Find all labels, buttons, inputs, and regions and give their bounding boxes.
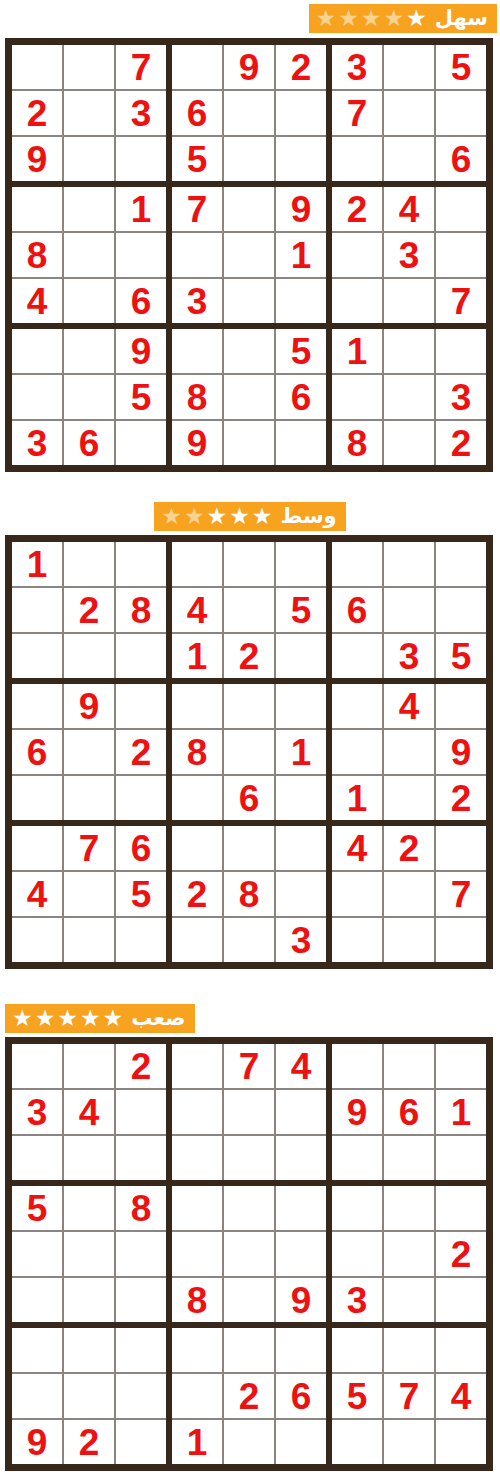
star-icon: ★ [361, 7, 382, 30]
cell-r1c9: 5 [436, 45, 486, 89]
cell-r5c7 [332, 233, 382, 277]
cell-r4c5 [224, 1186, 274, 1230]
sudoku-box: 234 [12, 1044, 166, 1180]
cell-r3c9 [436, 1136, 486, 1180]
cell-r9c4 [172, 918, 222, 962]
cell-r7c9 [436, 1328, 486, 1372]
cell-r9c5 [224, 421, 274, 465]
cell-r8c9: 4 [436, 1374, 486, 1418]
cell-r2c8: 6 [384, 1090, 434, 1134]
cell-r9c6 [276, 421, 326, 465]
cell-r6c6 [276, 279, 326, 323]
cell-r7c6: 5 [276, 329, 326, 373]
difficulty-banner-easy: ★★★★★ سهل [309, 4, 497, 33]
sudoku-box: 574 [332, 1328, 486, 1464]
cell-r8c6: 6 [276, 375, 326, 419]
difficulty-banner-medium: ★★★★★ وسط [154, 502, 345, 531]
cell-r3c4 [172, 1136, 222, 1180]
cell-r3c5: 2 [224, 634, 274, 678]
cell-r4c3: 8 [116, 1186, 166, 1230]
cell-r6c9: 7 [436, 279, 486, 323]
cell-r4c8: 4 [384, 684, 434, 728]
cell-r1c2 [64, 45, 114, 89]
cell-r3c9: 6 [436, 137, 486, 181]
cell-r6c6 [276, 776, 326, 820]
banner-row-hard: ★★★★★ صعب [0, 1004, 500, 1033]
cell-r1c6: 4 [276, 1044, 326, 1088]
cell-r8c1: 4 [12, 872, 62, 916]
cell-r7c5 [224, 826, 274, 870]
cell-r1c4 [172, 45, 222, 89]
cell-r5c4: 8 [172, 730, 222, 774]
sudoku-grid-hard: 2347496158892392261574 [5, 1037, 493, 1471]
cell-r9c2: 2 [64, 1420, 114, 1464]
cell-r3c1 [12, 634, 62, 678]
cell-r2c9 [436, 91, 486, 135]
cell-r4c1: 5 [12, 1186, 62, 1230]
cell-r4c8 [384, 1186, 434, 1230]
sudoku-box: 5869 [172, 329, 326, 465]
cell-r9c5 [224, 918, 274, 962]
cell-r3c7 [332, 1136, 382, 1180]
cell-r1c1: 1 [12, 542, 62, 586]
cell-r4c7 [332, 1186, 382, 1230]
cell-r1c2 [64, 542, 114, 586]
sudoku-box: 635 [332, 542, 486, 678]
cell-r6c6: 9 [276, 1278, 326, 1322]
cell-r5c7 [332, 730, 382, 774]
cell-r1c5: 7 [224, 1044, 274, 1088]
cell-r5c5 [224, 730, 274, 774]
cell-r9c9 [436, 918, 486, 962]
sudoku-box: 962 [12, 684, 166, 820]
cell-r9c7: 8 [332, 421, 382, 465]
cell-r9c7 [332, 1420, 382, 1464]
cell-r7c5 [224, 1328, 274, 1372]
cell-r9c8 [384, 421, 434, 465]
cell-r2c6 [276, 91, 326, 135]
cell-r4c8: 4 [384, 187, 434, 231]
cell-r1c8 [384, 542, 434, 586]
cell-r2c7: 7 [332, 91, 382, 135]
cell-r2c3: 3 [116, 91, 166, 135]
sudoku-grid-medium: 128451263596281649127645283427 [5, 535, 493, 969]
cell-r4c6: 9 [276, 187, 326, 231]
cell-r2c5 [224, 1090, 274, 1134]
cell-r6c4: 8 [172, 1278, 222, 1322]
cell-r3c6 [276, 634, 326, 678]
banner-row-easy: ★★★★★ سهل [0, 4, 500, 33]
cell-r2c4: 6 [172, 91, 222, 135]
cell-r3c8: 3 [384, 634, 434, 678]
cell-r1c8 [384, 1044, 434, 1088]
cell-r2c9 [436, 588, 486, 632]
cell-r1c1 [12, 1044, 62, 1088]
star-icon: ★ [35, 1007, 56, 1030]
cell-r1c5: 9 [224, 45, 274, 89]
cell-r8c8: 7 [384, 1374, 434, 1418]
cell-r3c2 [64, 137, 114, 181]
cell-r2c1 [12, 588, 62, 632]
sudoku-box: 7913 [172, 187, 326, 323]
cell-r8c7 [332, 872, 382, 916]
cell-r8c2 [64, 375, 114, 419]
cell-r3c3 [116, 634, 166, 678]
cell-r4c7 [332, 684, 382, 728]
cell-r6c8 [384, 279, 434, 323]
star-rating-medium: ★★★★★ [161, 505, 272, 528]
cell-r5c9: 2 [436, 1232, 486, 1276]
cell-r5c6: 1 [276, 233, 326, 277]
cell-r1c6 [276, 542, 326, 586]
cell-r7c3: 9 [116, 329, 166, 373]
cell-r2c7: 9 [332, 1090, 382, 1134]
cell-r7c6 [276, 1328, 326, 1372]
cell-r5c3 [116, 233, 166, 277]
cell-r8c1 [12, 375, 62, 419]
cell-r3c1: 9 [12, 137, 62, 181]
cell-r9c1: 9 [12, 1420, 62, 1464]
cell-r6c9 [436, 1278, 486, 1322]
cell-r7c8 [384, 1328, 434, 1372]
cell-r2c3 [116, 1090, 166, 1134]
sudoku-box: 961 [332, 1044, 486, 1180]
cell-r2c3: 8 [116, 588, 166, 632]
star-rating-hard: ★★★★★ [12, 1007, 123, 1030]
cell-r4c9 [436, 1186, 486, 1230]
cell-r9c1 [12, 918, 62, 962]
cell-r9c2 [64, 918, 114, 962]
cell-r6c3 [116, 1278, 166, 1322]
cell-r5c8 [384, 1232, 434, 1276]
cell-r3c3 [116, 137, 166, 181]
cell-r1c6: 2 [276, 45, 326, 89]
cell-r6c5: 6 [224, 776, 274, 820]
sudoku-grid-easy: 723992653576184679132437953658691382 [5, 38, 493, 472]
sudoku-box: 427 [332, 826, 486, 962]
cell-r8c3: 5 [116, 375, 166, 419]
sudoku-box: 7239 [12, 45, 166, 181]
cell-r9c9: 2 [436, 421, 486, 465]
cell-r5c5 [224, 233, 274, 277]
cell-r3c2 [64, 1136, 114, 1180]
cell-r1c8 [384, 45, 434, 89]
difficulty-label-medium: وسط [280, 506, 336, 527]
cell-r8c7: 5 [332, 1374, 382, 1418]
star-icon: ★ [12, 1007, 33, 1030]
cell-r4c7: 2 [332, 187, 382, 231]
cell-r7c2 [64, 1328, 114, 1372]
cell-r8c5: 8 [224, 872, 274, 916]
cell-r6c7: 3 [332, 1278, 382, 1322]
cell-r6c4: 3 [172, 279, 222, 323]
cell-r3c4: 5 [172, 137, 222, 181]
cell-r7c4 [172, 826, 222, 870]
cell-r9c8 [384, 1420, 434, 1464]
difficulty-banner-hard: ★★★★★ صعب [5, 1004, 195, 1033]
cell-r5c1: 8 [12, 233, 62, 277]
sudoku-box: 9265 [172, 45, 326, 181]
cell-r4c1 [12, 684, 62, 728]
cell-r2c1: 2 [12, 91, 62, 135]
star-icon: ★ [80, 1007, 101, 1030]
cell-r5c8: 3 [384, 233, 434, 277]
cell-r9c7 [332, 918, 382, 962]
cell-r4c9 [436, 187, 486, 231]
cell-r9c6 [276, 1420, 326, 1464]
cell-r4c9 [436, 684, 486, 728]
cell-r7c6 [276, 826, 326, 870]
cell-r3c3 [116, 1136, 166, 1180]
cell-r9c9 [436, 1420, 486, 1464]
cell-r2c2 [64, 91, 114, 135]
cell-r1c7 [332, 1044, 382, 1088]
cell-r5c9: 9 [436, 730, 486, 774]
cell-r4c5 [224, 684, 274, 728]
sudoku-box: 1846 [12, 187, 166, 323]
cell-r5c1: 6 [12, 730, 62, 774]
star-icon: ★ [338, 7, 359, 30]
cell-r2c8 [384, 91, 434, 135]
star-icon: ★ [406, 7, 427, 30]
cell-r7c1 [12, 329, 62, 373]
sudoku-box: 128 [12, 542, 166, 678]
cell-r7c5 [224, 329, 274, 373]
cell-r8c3: 5 [116, 872, 166, 916]
cell-r7c9 [436, 826, 486, 870]
cell-r4c1 [12, 187, 62, 231]
cell-r2c4 [172, 1090, 222, 1134]
cell-r6c5 [224, 1278, 274, 1322]
cell-r8c6: 6 [276, 1374, 326, 1418]
sudoku-box: 1382 [332, 329, 486, 465]
cell-r8c8 [384, 872, 434, 916]
star-icon: ★ [103, 1007, 124, 1030]
sudoku-box: 283 [172, 826, 326, 962]
cell-r1c5 [224, 542, 274, 586]
cell-r5c2 [64, 1232, 114, 1276]
cell-r9c3 [116, 918, 166, 962]
difficulty-label-easy: سهل [435, 8, 488, 29]
cell-r6c3 [116, 776, 166, 820]
cell-r2c6 [276, 1090, 326, 1134]
cell-r1c4 [172, 542, 222, 586]
cell-r8c8 [384, 375, 434, 419]
cell-r6c1 [12, 776, 62, 820]
cell-r3c7 [332, 137, 382, 181]
cell-r8c4: 2 [172, 872, 222, 916]
cell-r7c1 [12, 1328, 62, 1372]
cell-r8c4: 8 [172, 375, 222, 419]
cell-r4c4: 7 [172, 187, 222, 231]
cell-r7c7: 1 [332, 329, 382, 373]
star-icon: ★ [161, 505, 182, 528]
sudoku-box: 89 [172, 1186, 326, 1322]
star-rating-easy: ★★★★★ [316, 7, 427, 30]
cell-r2c6: 5 [276, 588, 326, 632]
cell-r2c1: 3 [12, 1090, 62, 1134]
cell-r4c4 [172, 684, 222, 728]
sudoku-box: 74 [172, 1044, 326, 1180]
cell-r2c5 [224, 588, 274, 632]
cell-r7c2 [64, 329, 114, 373]
cell-r4c4 [172, 1186, 222, 1230]
cell-r4c3 [116, 684, 166, 728]
cell-r8c3 [116, 1374, 166, 1418]
cell-r3c7 [332, 634, 382, 678]
cell-r4c3: 1 [116, 187, 166, 231]
cell-r6c9: 2 [436, 776, 486, 820]
cell-r3c6 [276, 137, 326, 181]
cell-r5c6: 1 [276, 730, 326, 774]
cell-r3c1 [12, 1136, 62, 1180]
cell-r5c1 [12, 1232, 62, 1276]
cell-r1c3 [116, 542, 166, 586]
cell-r2c8 [384, 588, 434, 632]
cell-r8c5: 2 [224, 1374, 274, 1418]
cell-r6c8 [384, 1278, 434, 1322]
cell-r7c3 [116, 1328, 166, 1372]
cell-r8c2 [64, 872, 114, 916]
sudoku-box: 261 [172, 1328, 326, 1464]
star-icon: ★ [316, 7, 337, 30]
cell-r4c5 [224, 187, 274, 231]
cell-r7c7 [332, 1328, 382, 1372]
cell-r9c4: 9 [172, 421, 222, 465]
cell-r6c2 [64, 279, 114, 323]
cell-r3c4: 1 [172, 634, 222, 678]
cell-r9c1: 3 [12, 421, 62, 465]
cell-r5c3: 2 [116, 730, 166, 774]
cell-r6c8 [384, 776, 434, 820]
cell-r6c5 [224, 279, 274, 323]
star-icon: ★ [229, 505, 250, 528]
cell-r3c2 [64, 634, 114, 678]
sudoku-box: 816 [172, 684, 326, 820]
cell-r9c8 [384, 918, 434, 962]
cell-r6c2 [64, 1278, 114, 1322]
cell-r5c3 [116, 1232, 166, 1276]
cell-r2c7: 6 [332, 588, 382, 632]
cell-r9c2: 6 [64, 421, 114, 465]
cell-r8c9: 3 [436, 375, 486, 419]
cell-r6c1 [12, 1278, 62, 1322]
cell-r8c1 [12, 1374, 62, 1418]
star-icon: ★ [383, 7, 404, 30]
cell-r1c9 [436, 542, 486, 586]
cell-r6c7: 1 [332, 776, 382, 820]
cell-r3c9: 5 [436, 634, 486, 678]
cell-r6c1: 4 [12, 279, 62, 323]
cell-r8c4 [172, 1374, 222, 1418]
sudoku-box: 3576 [332, 45, 486, 181]
cell-r7c2: 7 [64, 826, 114, 870]
cell-r9c3 [116, 1420, 166, 1464]
cell-r9c4: 1 [172, 1420, 222, 1464]
cell-r1c1 [12, 45, 62, 89]
cell-r4c2 [64, 187, 114, 231]
cell-r5c4 [172, 233, 222, 277]
cell-r3c5 [224, 137, 274, 181]
cell-r8c9: 7 [436, 872, 486, 916]
cell-r5c5 [224, 1232, 274, 1276]
sudoku-box: 4512 [172, 542, 326, 678]
cell-r2c9: 1 [436, 1090, 486, 1134]
cell-r7c4 [172, 329, 222, 373]
cell-r6c2 [64, 776, 114, 820]
cell-r7c8 [384, 329, 434, 373]
cell-r7c3: 6 [116, 826, 166, 870]
cell-r6c3: 6 [116, 279, 166, 323]
cell-r3c8 [384, 137, 434, 181]
banner-row-medium: ★★★★★ وسط [0, 502, 500, 531]
cell-r1c2 [64, 1044, 114, 1088]
cell-r2c2: 2 [64, 588, 114, 632]
cell-r1c3: 2 [116, 1044, 166, 1088]
cell-r5c2 [64, 730, 114, 774]
cell-r4c2: 9 [64, 684, 114, 728]
cell-r1c4 [172, 1044, 222, 1088]
cell-r9c5 [224, 1420, 274, 1464]
cell-r1c7: 3 [332, 45, 382, 89]
cell-r9c6: 3 [276, 918, 326, 962]
cell-r5c7 [332, 1232, 382, 1276]
cell-r2c4: 4 [172, 588, 222, 632]
sudoku-box: 23 [332, 1186, 486, 1322]
cell-r8c7 [332, 375, 382, 419]
cell-r4c6 [276, 684, 326, 728]
cell-r7c9 [436, 329, 486, 373]
cell-r1c7 [332, 542, 382, 586]
cell-r6c7 [332, 279, 382, 323]
cell-r3c5 [224, 1136, 274, 1180]
cell-r1c9 [436, 1044, 486, 1088]
cell-r8c6 [276, 872, 326, 916]
cell-r3c6 [276, 1136, 326, 1180]
cell-r1c3: 7 [116, 45, 166, 89]
cell-r4c6 [276, 1186, 326, 1230]
sudoku-box: 58 [12, 1186, 166, 1322]
cell-r6c4 [172, 776, 222, 820]
sudoku-box: 2437 [332, 187, 486, 323]
cell-r3c8 [384, 1136, 434, 1180]
cell-r5c6 [276, 1232, 326, 1276]
cell-r5c4 [172, 1232, 222, 1276]
cell-r7c8: 2 [384, 826, 434, 870]
cell-r5c2 [64, 233, 114, 277]
sudoku-box: 9536 [12, 329, 166, 465]
cell-r4c2 [64, 1186, 114, 1230]
sudoku-box: 7645 [12, 826, 166, 962]
cell-r2c2: 4 [64, 1090, 114, 1134]
cell-r7c4 [172, 1328, 222, 1372]
cell-r2c5 [224, 91, 274, 135]
sudoku-box: 4912 [332, 684, 486, 820]
difficulty-label-hard: صعب [131, 1008, 185, 1029]
star-icon: ★ [184, 505, 205, 528]
cell-r7c1 [12, 826, 62, 870]
cell-r5c8 [384, 730, 434, 774]
sudoku-box: 92 [12, 1328, 166, 1464]
cell-r8c2 [64, 1374, 114, 1418]
star-icon: ★ [252, 505, 273, 528]
cell-r8c5 [224, 375, 274, 419]
cell-r9c3 [116, 421, 166, 465]
star-icon: ★ [207, 505, 228, 528]
cell-r7c7: 4 [332, 826, 382, 870]
cell-r5c9 [436, 233, 486, 277]
star-icon: ★ [57, 1007, 78, 1030]
